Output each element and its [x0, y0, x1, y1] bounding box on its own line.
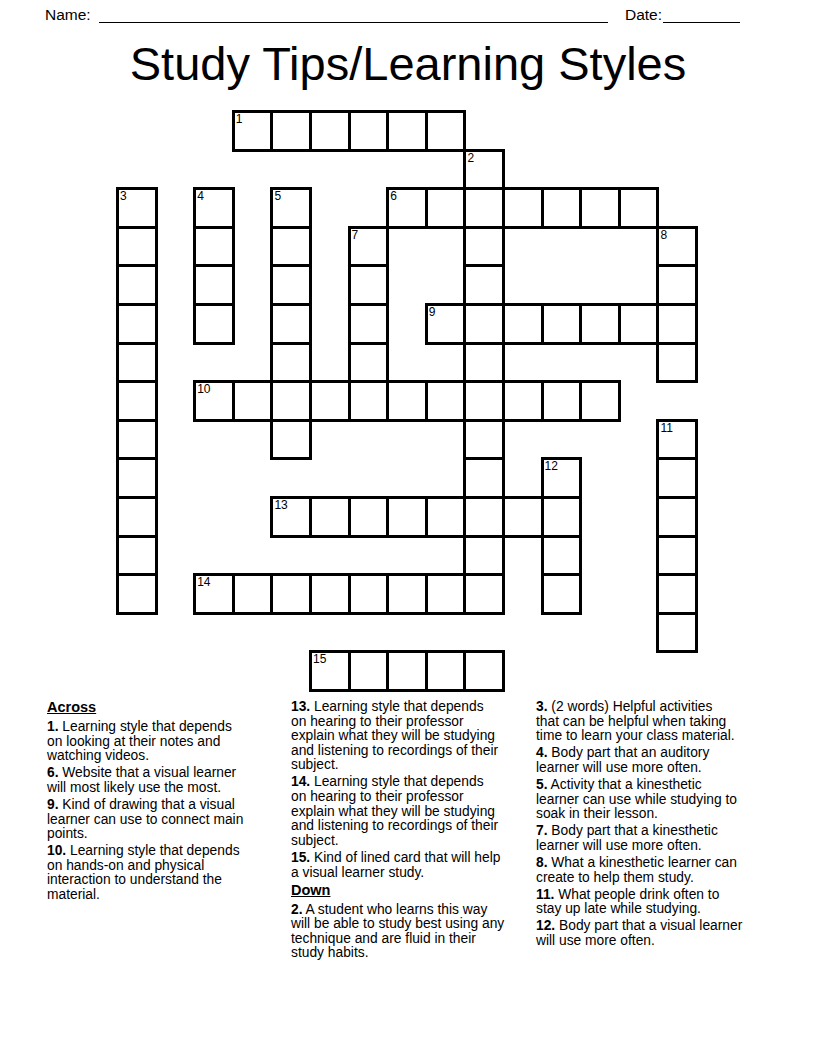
grid-cell-r7c6[interactable] [348, 380, 390, 422]
crossword-grid: 123456789101112131415 [0, 0, 816, 700]
grid-cell-r2c9[interactable] [463, 187, 505, 229]
grid-cell-r7c4[interactable] [270, 380, 312, 422]
clue-number-15: 15 [313, 653, 326, 666]
grid-cell-r4c0[interactable] [116, 264, 158, 306]
grid-cell-r7c7[interactable] [386, 380, 428, 422]
grid-cell-r12c8[interactable] [425, 573, 467, 615]
clue-number-label-11: 11. [536, 887, 554, 902]
grid-cell-r0c3[interactable]: 1 [232, 110, 274, 152]
grid-cell-r5c10[interactable] [502, 303, 544, 345]
clue-column-left: Across1. Learning style that depends on … [47, 700, 267, 905]
grid-cell-r5c11[interactable] [541, 303, 583, 345]
grid-cell-r11c14[interactable] [656, 535, 698, 577]
clue-down-11: 11. What people drink often to stay up l… [536, 888, 766, 917]
clue-number-label-9: 9. [47, 797, 59, 812]
grid-cell-r8c0[interactable] [116, 419, 158, 461]
clue-number-label-3: 3. [536, 699, 548, 714]
clue-number-label-8: 8. [536, 855, 548, 870]
clue-number-label-2: 2. [291, 902, 303, 917]
grid-cell-r9c0[interactable] [116, 457, 158, 499]
grid-cell-r2c11[interactable] [541, 187, 583, 229]
grid-cell-r11c11[interactable] [541, 535, 583, 577]
grid-cell-r5c4[interactable] [270, 303, 312, 345]
grid-cell-r2c10[interactable] [502, 187, 544, 229]
clue-number-9: 9 [429, 306, 436, 319]
clues-heading-down: Down [291, 883, 525, 898]
grid-cell-r10c9[interactable] [463, 496, 505, 538]
grid-cell-r5c14[interactable] [656, 303, 698, 345]
clue-number-2: 2 [467, 152, 474, 165]
grid-cell-r9c9[interactable] [463, 457, 505, 499]
clue-number-label-4: 4. [536, 745, 548, 760]
grid-cell-r8c9[interactable] [463, 419, 505, 461]
clue-number-label-10: 10. [47, 843, 66, 858]
grid-cell-r7c10[interactable] [502, 380, 544, 422]
grid-cell-r3c0[interactable] [116, 226, 158, 268]
grid-cell-r10c14[interactable] [656, 496, 698, 538]
grid-cell-r10c0[interactable] [116, 496, 158, 538]
grid-cell-r7c8[interactable] [425, 380, 467, 422]
grid-cell-r12c3[interactable] [232, 573, 274, 615]
grid-cell-r10c7[interactable] [386, 496, 428, 538]
grid-cell-r4c2[interactable] [193, 264, 235, 306]
clue-number-10: 10 [197, 383, 210, 396]
clue-across-13: 13. Learning style that depends on heari… [291, 700, 525, 773]
clue-number-7: 7 [352, 229, 359, 242]
clue-down-5: 5. Activity that a kinesthetic learner c… [536, 778, 766, 822]
clue-down-3: 3. (2 words) Helpful activities that can… [536, 700, 766, 744]
clue-number-4: 4 [197, 190, 204, 203]
grid-cell-r7c12[interactable] [579, 380, 621, 422]
grid-cell-r10c5[interactable] [309, 496, 351, 538]
grid-cell-r5c8[interactable]: 9 [425, 303, 467, 345]
grid-cell-r2c12[interactable] [579, 187, 621, 229]
grid-cell-r2c13[interactable] [618, 187, 660, 229]
clue-number-label-14: 14. [291, 774, 310, 789]
grid-cell-r12c7[interactable] [386, 573, 428, 615]
clue-across-6: 6. Website that a visual learner will mo… [47, 766, 267, 795]
grid-cell-r4c14[interactable] [656, 264, 698, 306]
grid-cell-r12c2[interactable]: 14 [193, 573, 235, 615]
clue-number-label-1: 1. [47, 719, 59, 734]
grid-cell-r14c7[interactable] [386, 650, 428, 692]
clue-across-10: 10. Learning style that depends on hands… [47, 844, 267, 902]
worksheet-page: Name: Date: Study Tips/Learning Styles 1… [0, 0, 816, 1056]
grid-cell-r0c4[interactable] [270, 110, 312, 152]
clue-number-label-5: 5. [536, 777, 548, 792]
clue-down-8: 8. What a kinesthetic learner can create… [536, 856, 766, 885]
grid-cell-r6c14[interactable] [656, 342, 698, 384]
grid-cell-r7c11[interactable] [541, 380, 583, 422]
grid-cell-r11c0[interactable] [116, 535, 158, 577]
clue-across-9: 9. Kind of drawing that a visual learner… [47, 798, 267, 842]
grid-cell-r10c8[interactable] [425, 496, 467, 538]
clue-number-label-15: 15. [291, 850, 310, 865]
grid-cell-r2c8[interactable] [425, 187, 467, 229]
grid-cell-r12c0[interactable] [116, 573, 158, 615]
grid-cell-r7c9[interactable] [463, 380, 505, 422]
grid-cell-r2c0[interactable]: 3 [116, 187, 158, 229]
clue-number-8: 8 [660, 229, 667, 242]
grid-cell-r5c9[interactable] [463, 303, 505, 345]
grid-cell-r4c4[interactable] [270, 264, 312, 306]
clue-across-15: 15. Kind of lined card that will help a … [291, 851, 525, 880]
grid-cell-r9c11[interactable]: 12 [541, 457, 583, 499]
grid-cell-r7c2[interactable]: 10 [193, 380, 235, 422]
clue-across-14: 14. Learning style that depends on heari… [291, 775, 525, 848]
grid-cell-r12c14[interactable] [656, 573, 698, 615]
grid-cell-r4c6[interactable] [348, 264, 390, 306]
clue-down-12: 12. Body part that a visual learner will… [536, 919, 766, 948]
clue-across-1: 1. Learning style that depends on lookin… [47, 720, 267, 764]
grid-cell-r3c14[interactable]: 8 [656, 226, 698, 268]
grid-cell-r5c13[interactable] [618, 303, 660, 345]
grid-cell-r3c9[interactable] [463, 226, 505, 268]
grid-cell-r0c5[interactable] [309, 110, 351, 152]
grid-cell-r10c6[interactable] [348, 496, 390, 538]
grid-cell-r1c9[interactable]: 2 [463, 149, 505, 191]
grid-cell-r2c4[interactable]: 5 [270, 187, 312, 229]
grid-cell-r8c4[interactable] [270, 419, 312, 461]
grid-cell-r0c6[interactable] [348, 110, 390, 152]
clue-number-12: 12 [545, 460, 558, 473]
clue-column-middle: 13. Learning style that depends on heari… [291, 700, 525, 964]
grid-cell-r9c14[interactable] [656, 457, 698, 499]
grid-cell-r6c4[interactable] [270, 342, 312, 384]
grid-cell-r10c11[interactable] [541, 496, 583, 538]
grid-cell-r11c9[interactable] [463, 535, 505, 577]
clue-number-5: 5 [274, 190, 281, 203]
clue-number-13: 13 [274, 499, 287, 512]
clue-number-1: 1 [236, 113, 243, 126]
grid-cell-r2c2[interactable]: 4 [193, 187, 235, 229]
grid-cell-r12c9[interactable] [463, 573, 505, 615]
grid-cell-r10c10[interactable] [502, 496, 544, 538]
grid-cell-r3c4[interactable] [270, 226, 312, 268]
grid-cell-r0c8[interactable] [425, 110, 467, 152]
grid-cell-r14c9[interactable] [463, 650, 505, 692]
grid-cell-r12c4[interactable] [270, 573, 312, 615]
grid-cell-r12c11[interactable] [541, 573, 583, 615]
grid-cell-r14c6[interactable] [348, 650, 390, 692]
clue-number-label-13: 13. [291, 699, 310, 714]
clue-number-label-12: 12. [536, 918, 555, 933]
clue-down-2: 2. A student who learns this way will be… [291, 903, 525, 961]
grid-cell-r7c5[interactable] [309, 380, 351, 422]
grid-cell-r2c7[interactable]: 6 [386, 187, 428, 229]
grid-cell-r14c8[interactable] [425, 650, 467, 692]
clue-column-right: 3. (2 words) Helpful activities that can… [536, 700, 766, 951]
grid-cell-r5c6[interactable] [348, 303, 390, 345]
grid-cell-r10c4[interactable]: 13 [270, 496, 312, 538]
grid-cell-r12c5[interactable] [309, 573, 351, 615]
grid-cell-r12c6[interactable] [348, 573, 390, 615]
clue-number-label-7: 7. [536, 823, 548, 838]
clue-down-4: 4. Body part that an auditory learner wi… [536, 746, 766, 775]
clue-number-label-6: 6. [47, 765, 59, 780]
clue-number-6: 6 [390, 190, 397, 203]
grid-cell-r3c6[interactable]: 7 [348, 226, 390, 268]
grid-cell-r6c9[interactable] [463, 342, 505, 384]
clue-number-11: 11 [660, 422, 672, 435]
grid-cell-r5c12[interactable] [579, 303, 621, 345]
grid-cell-r5c0[interactable] [116, 303, 158, 345]
grid-cell-r3c2[interactable] [193, 226, 235, 268]
grid-cell-r0c7[interactable] [386, 110, 428, 152]
grid-cell-r14c5[interactable]: 15 [309, 650, 351, 692]
grid-cell-r4c9[interactable] [463, 264, 505, 306]
grid-cell-r6c6[interactable] [348, 342, 390, 384]
grid-cell-r6c0[interactable] [116, 342, 158, 384]
grid-cell-r8c14[interactable]: 11 [656, 419, 698, 461]
clue-number-14: 14 [197, 576, 210, 589]
clue-down-7: 7. Body part that a kinesthetic learner … [536, 824, 766, 853]
clue-number-3: 3 [120, 190, 127, 203]
grid-cell-r13c14[interactable] [656, 612, 698, 654]
grid-cell-r5c2[interactable] [193, 303, 235, 345]
clues-heading-across: Across [47, 700, 267, 715]
grid-cell-r7c0[interactable] [116, 380, 158, 422]
grid-cell-r7c3[interactable] [232, 380, 274, 422]
